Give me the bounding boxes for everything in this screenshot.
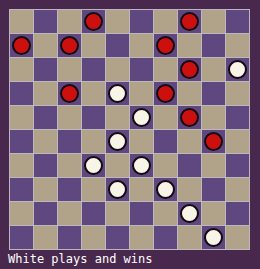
board-cell[interactable]: [58, 82, 81, 105]
board-cell[interactable]: [178, 154, 201, 177]
board-cell[interactable]: [154, 34, 177, 57]
caption: White plays and wins: [8, 251, 258, 267]
board-cell[interactable]: [34, 154, 57, 177]
white-man[interactable]: [180, 204, 199, 223]
board-cell[interactable]: [226, 178, 249, 201]
board-cell[interactable]: [34, 82, 57, 105]
board-cell[interactable]: [154, 10, 177, 33]
board-cell[interactable]: [202, 34, 225, 57]
board-cell[interactable]: [130, 34, 153, 57]
white-man[interactable]: [84, 156, 103, 175]
white-man[interactable]: [228, 60, 247, 79]
red-man[interactable]: [180, 60, 199, 79]
board-cell[interactable]: [58, 226, 81, 249]
white-man[interactable]: [108, 180, 127, 199]
board-cell[interactable]: [106, 58, 129, 81]
board-cell[interactable]: [34, 130, 57, 153]
board-cell[interactable]: [154, 202, 177, 225]
board-cell[interactable]: [178, 58, 201, 81]
board-cell[interactable]: [34, 106, 57, 129]
board-cell[interactable]: [106, 82, 129, 105]
board-cell[interactable]: [130, 178, 153, 201]
board-cell[interactable]: [178, 178, 201, 201]
red-man[interactable]: [204, 132, 223, 151]
board-cell[interactable]: [106, 130, 129, 153]
board-cell[interactable]: [202, 154, 225, 177]
board-cell[interactable]: [10, 82, 33, 105]
board-cell[interactable]: [130, 58, 153, 81]
board-cell[interactable]: [106, 178, 129, 201]
board-cell[interactable]: [106, 10, 129, 33]
board-cell[interactable]: [202, 58, 225, 81]
board-cell[interactable]: [226, 10, 249, 33]
red-man[interactable]: [60, 84, 79, 103]
board-cell[interactable]: [58, 178, 81, 201]
diagram-stage: White plays and wins: [0, 0, 260, 269]
red-man[interactable]: [60, 36, 79, 55]
board-cell[interactable]: [130, 82, 153, 105]
board-cell[interactable]: [106, 34, 129, 57]
board-cell[interactable]: [58, 130, 81, 153]
board-cell[interactable]: [226, 34, 249, 57]
draughts-board: [9, 9, 250, 250]
board-cell[interactable]: [130, 226, 153, 249]
board-cell[interactable]: [202, 226, 225, 249]
red-man[interactable]: [180, 12, 199, 31]
board-cell[interactable]: [202, 130, 225, 153]
board-cell[interactable]: [58, 34, 81, 57]
board-cell[interactable]: [82, 82, 105, 105]
board-cell[interactable]: [154, 178, 177, 201]
board-cell[interactable]: [34, 10, 57, 33]
board-cell[interactable]: [202, 82, 225, 105]
board-cell[interactable]: [10, 202, 33, 225]
board-cell[interactable]: [58, 154, 81, 177]
white-man[interactable]: [108, 132, 127, 151]
board-cell[interactable]: [82, 34, 105, 57]
board-cell[interactable]: [34, 58, 57, 81]
board-cell[interactable]: [82, 154, 105, 177]
board-cell[interactable]: [58, 106, 81, 129]
board-cell[interactable]: [130, 154, 153, 177]
board-cell[interactable]: [58, 202, 81, 225]
board-cell[interactable]: [34, 226, 57, 249]
board-cell[interactable]: [130, 10, 153, 33]
board-cell[interactable]: [178, 106, 201, 129]
board-cell[interactable]: [106, 106, 129, 129]
board-cell[interactable]: [130, 202, 153, 225]
board-cell[interactable]: [82, 58, 105, 81]
board-cell[interactable]: [226, 154, 249, 177]
white-man[interactable]: [132, 156, 151, 175]
board-cell[interactable]: [34, 202, 57, 225]
board-cell[interactable]: [58, 10, 81, 33]
board-cell[interactable]: [106, 202, 129, 225]
red-man[interactable]: [156, 84, 175, 103]
board-cell[interactable]: [226, 82, 249, 105]
board-cell[interactable]: [226, 226, 249, 249]
board-cell[interactable]: [10, 130, 33, 153]
board-cell[interactable]: [106, 154, 129, 177]
board-cell[interactable]: [154, 58, 177, 81]
board-cell[interactable]: [202, 202, 225, 225]
board-cell[interactable]: [130, 106, 153, 129]
white-man[interactable]: [132, 108, 151, 127]
board-cell[interactable]: [10, 106, 33, 129]
board-cell[interactable]: [10, 34, 33, 57]
board-cell[interactable]: [154, 154, 177, 177]
red-man[interactable]: [180, 108, 199, 127]
board-cell[interactable]: [178, 34, 201, 57]
board-cell[interactable]: [34, 34, 57, 57]
board-cell[interactable]: [154, 106, 177, 129]
red-man[interactable]: [84, 12, 103, 31]
board-cell[interactable]: [154, 226, 177, 249]
board-cell[interactable]: [226, 130, 249, 153]
red-man[interactable]: [156, 36, 175, 55]
board-cell[interactable]: [82, 178, 105, 201]
board-cell[interactable]: [202, 178, 225, 201]
board-cell[interactable]: [202, 106, 225, 129]
board-cell[interactable]: [178, 202, 201, 225]
board-cell[interactable]: [226, 58, 249, 81]
board-cell[interactable]: [178, 10, 201, 33]
board-cell[interactable]: [10, 58, 33, 81]
board-cell[interactable]: [178, 130, 201, 153]
red-man[interactable]: [12, 36, 31, 55]
board-cell[interactable]: [178, 226, 201, 249]
board-cell[interactable]: [226, 202, 249, 225]
board-cell[interactable]: [226, 106, 249, 129]
board-cell[interactable]: [34, 178, 57, 201]
board-cell[interactable]: [10, 10, 33, 33]
board-cell[interactable]: [82, 10, 105, 33]
white-man[interactable]: [204, 228, 223, 247]
board-cell[interactable]: [10, 178, 33, 201]
board-cell[interactable]: [82, 130, 105, 153]
board-cell[interactable]: [10, 154, 33, 177]
white-man[interactable]: [156, 180, 175, 199]
board-cell[interactable]: [154, 82, 177, 105]
board-cell[interactable]: [202, 10, 225, 33]
board-cell[interactable]: [10, 226, 33, 249]
board-cell[interactable]: [82, 106, 105, 129]
board-cell[interactable]: [106, 226, 129, 249]
board-cell[interactable]: [82, 202, 105, 225]
board-cell[interactable]: [154, 130, 177, 153]
board-cell[interactable]: [58, 58, 81, 81]
board-cell[interactable]: [178, 82, 201, 105]
board-cell[interactable]: [82, 226, 105, 249]
board-cell[interactable]: [130, 130, 153, 153]
white-man[interactable]: [108, 84, 127, 103]
